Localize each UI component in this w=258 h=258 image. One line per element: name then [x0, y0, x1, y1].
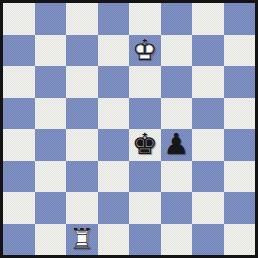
- square-f7[interactable]: [161, 35, 193, 67]
- square-c2[interactable]: [66, 192, 98, 224]
- white-rook-outline-glyph: ♖: [69, 222, 95, 256]
- square-a1[interactable]: [3, 224, 35, 256]
- square-d3[interactable]: [98, 161, 130, 193]
- square-a6[interactable]: [3, 66, 35, 98]
- square-b2[interactable]: [35, 192, 67, 224]
- square-a5[interactable]: [3, 98, 35, 130]
- square-f1[interactable]: [161, 224, 193, 256]
- square-g8[interactable]: [192, 3, 224, 35]
- square-e3[interactable]: [129, 161, 161, 193]
- square-c5[interactable]: [66, 98, 98, 130]
- square-d2[interactable]: [98, 192, 130, 224]
- square-a3[interactable]: [3, 161, 35, 193]
- square-g1[interactable]: [192, 224, 224, 256]
- white-king[interactable]: ♚♔: [129, 35, 161, 67]
- square-c3[interactable]: [66, 161, 98, 193]
- square-a4[interactable]: [3, 129, 35, 161]
- square-h4[interactable]: [224, 129, 256, 161]
- square-g2[interactable]: [192, 192, 224, 224]
- square-h1[interactable]: [224, 224, 256, 256]
- square-g3[interactable]: [192, 161, 224, 193]
- square-e7[interactable]: ♚♔: [129, 35, 161, 67]
- square-f2[interactable]: [161, 192, 193, 224]
- square-c4[interactable]: [66, 129, 98, 161]
- square-b8[interactable]: [35, 3, 67, 35]
- square-g5[interactable]: [192, 98, 224, 130]
- square-h2[interactable]: [224, 192, 256, 224]
- square-c7[interactable]: [66, 35, 98, 67]
- black-king-glyph: ♚: [132, 127, 158, 161]
- square-d7[interactable]: [98, 35, 130, 67]
- square-f5[interactable]: [161, 98, 193, 130]
- square-b6[interactable]: [35, 66, 67, 98]
- black-king[interactable]: ♚: [129, 129, 161, 161]
- square-g7[interactable]: [192, 35, 224, 67]
- square-a7[interactable]: [3, 35, 35, 67]
- black-pawn-glyph: ♟: [163, 127, 189, 161]
- square-b5[interactable]: [35, 98, 67, 130]
- square-e4[interactable]: ♚: [129, 129, 161, 161]
- square-c6[interactable]: [66, 66, 98, 98]
- square-c1[interactable]: ♜♖: [66, 224, 98, 256]
- square-f8[interactable]: [161, 3, 193, 35]
- square-e8[interactable]: [129, 3, 161, 35]
- square-f3[interactable]: [161, 161, 193, 193]
- square-a8[interactable]: [3, 3, 35, 35]
- square-d6[interactable]: [98, 66, 130, 98]
- square-e2[interactable]: [129, 192, 161, 224]
- square-h7[interactable]: [224, 35, 256, 67]
- square-c8[interactable]: [66, 3, 98, 35]
- square-b3[interactable]: [35, 161, 67, 193]
- square-h8[interactable]: [224, 3, 256, 35]
- chess-board: ♚♔♚♟♜♖: [0, 0, 258, 258]
- white-king-outline-glyph: ♔: [132, 33, 158, 67]
- square-e6[interactable]: [129, 66, 161, 98]
- square-b1[interactable]: [35, 224, 67, 256]
- square-h6[interactable]: [224, 66, 256, 98]
- square-f4[interactable]: ♟: [161, 129, 193, 161]
- square-g4[interactable]: [192, 129, 224, 161]
- square-h5[interactable]: [224, 98, 256, 130]
- square-b4[interactable]: [35, 129, 67, 161]
- square-d4[interactable]: [98, 129, 130, 161]
- square-d8[interactable]: [98, 3, 130, 35]
- square-e5[interactable]: [129, 98, 161, 130]
- square-d5[interactable]: [98, 98, 130, 130]
- square-f6[interactable]: [161, 66, 193, 98]
- white-rook[interactable]: ♜♖: [66, 224, 98, 256]
- square-a2[interactable]: [3, 192, 35, 224]
- square-e1[interactable]: [129, 224, 161, 256]
- square-b7[interactable]: [35, 35, 67, 67]
- square-d1[interactable]: [98, 224, 130, 256]
- black-pawn[interactable]: ♟: [161, 129, 193, 161]
- square-h3[interactable]: [224, 161, 256, 193]
- square-g6[interactable]: [192, 66, 224, 98]
